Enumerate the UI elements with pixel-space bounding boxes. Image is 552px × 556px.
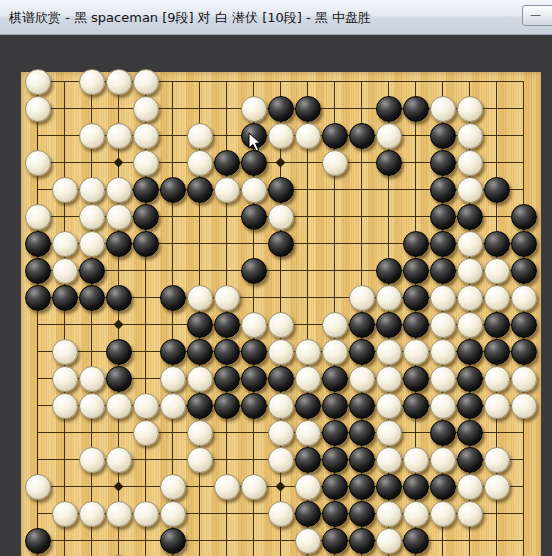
empty-intersection <box>240 68 267 95</box>
empty-intersection <box>186 68 213 95</box>
white-stone <box>25 69 51 95</box>
white-stone <box>52 501 78 527</box>
white-stone <box>268 123 294 149</box>
black-stone <box>430 258 456 284</box>
occupied-intersection <box>51 230 78 257</box>
empty-intersection <box>159 311 186 338</box>
occupied-intersection <box>51 176 78 203</box>
black-stone <box>25 231 51 257</box>
white-stone <box>160 501 186 527</box>
black-stone <box>322 420 348 446</box>
empty-intersection <box>510 473 537 500</box>
occupied-intersection <box>105 68 132 95</box>
occupied-intersection <box>429 311 456 338</box>
black-stone <box>322 447 348 473</box>
empty-intersection <box>267 149 294 176</box>
white-stone <box>187 123 213 149</box>
empty-intersection <box>51 122 78 149</box>
empty-intersection <box>483 68 510 95</box>
empty-intersection <box>24 122 51 149</box>
window-frame <box>0 35 552 556</box>
empty-intersection <box>105 95 132 122</box>
occupied-intersection <box>375 95 402 122</box>
occupied-intersection <box>510 338 537 365</box>
board-stones-layer <box>24 68 537 556</box>
white-stone <box>79 366 105 392</box>
occupied-intersection <box>132 230 159 257</box>
empty-intersection <box>105 311 132 338</box>
empty-intersection <box>105 149 132 176</box>
occupied-intersection <box>132 176 159 203</box>
occupied-intersection <box>429 95 456 122</box>
empty-intersection <box>456 527 483 554</box>
black-stone <box>241 339 267 365</box>
occupied-intersection <box>267 419 294 446</box>
empty-intersection <box>483 419 510 446</box>
black-stone <box>511 231 537 257</box>
empty-intersection <box>213 122 240 149</box>
occupied-intersection <box>348 500 375 527</box>
occupied-intersection <box>186 149 213 176</box>
empty-intersection <box>240 419 267 446</box>
occupied-intersection <box>348 311 375 338</box>
black-stone <box>295 96 321 122</box>
empty-intersection <box>213 500 240 527</box>
white-stone <box>133 501 159 527</box>
occupied-intersection <box>456 446 483 473</box>
occupied-intersection <box>186 392 213 419</box>
occupied-intersection <box>105 176 132 203</box>
white-stone <box>187 366 213 392</box>
black-stone <box>268 231 294 257</box>
white-stone <box>349 285 375 311</box>
empty-intersection <box>321 176 348 203</box>
black-stone <box>322 501 348 527</box>
white-stone <box>106 123 132 149</box>
occupied-intersection <box>78 230 105 257</box>
black-stone <box>25 258 51 284</box>
black-stone <box>511 258 537 284</box>
white-stone <box>79 231 105 257</box>
black-stone <box>133 231 159 257</box>
black-stone <box>376 312 402 338</box>
empty-intersection <box>78 419 105 446</box>
occupied-intersection <box>132 500 159 527</box>
empty-intersection <box>510 95 537 122</box>
empty-intersection <box>321 68 348 95</box>
white-stone <box>52 393 78 419</box>
black-stone <box>214 150 240 176</box>
occupied-intersection <box>240 95 267 122</box>
empty-intersection <box>267 257 294 284</box>
occupied-intersection <box>186 311 213 338</box>
white-stone <box>430 501 456 527</box>
occupied-intersection <box>456 122 483 149</box>
window-titlebar: 棋谱欣赏 - 黑 spaceman [9段] 对 白 潜伏 [10段] - 黑 … <box>0 0 552 35</box>
white-stone <box>457 177 483 203</box>
window-title: 棋谱欣赏 - 黑 spaceman [9段] 对 白 潜伏 [10段] - 黑 … <box>9 0 371 35</box>
occupied-intersection <box>24 149 51 176</box>
occupied-intersection <box>267 392 294 419</box>
empty-intersection <box>321 203 348 230</box>
black-stone <box>430 177 456 203</box>
go-board[interactable] <box>21 72 541 556</box>
white-stone <box>133 96 159 122</box>
black-stone <box>241 204 267 230</box>
empty-intersection <box>186 527 213 554</box>
empty-intersection <box>213 95 240 122</box>
occupied-intersection <box>402 500 429 527</box>
occupied-intersection <box>348 527 375 554</box>
black-stone <box>268 366 294 392</box>
occupied-intersection <box>375 392 402 419</box>
occupied-intersection <box>267 203 294 230</box>
empty-intersection <box>429 527 456 554</box>
black-stone <box>160 339 186 365</box>
white-stone <box>25 96 51 122</box>
black-stone <box>241 393 267 419</box>
occupied-intersection <box>186 446 213 473</box>
black-stone <box>457 420 483 446</box>
white-stone <box>160 393 186 419</box>
empty-intersection <box>483 149 510 176</box>
occupied-intersection <box>456 338 483 365</box>
occupied-intersection <box>132 392 159 419</box>
empty-intersection <box>402 419 429 446</box>
occupied-intersection <box>375 338 402 365</box>
occupied-intersection <box>78 365 105 392</box>
white-stone <box>268 447 294 473</box>
empty-intersection <box>24 311 51 338</box>
black-stone <box>25 528 51 554</box>
occupied-intersection <box>78 446 105 473</box>
occupied-intersection <box>213 473 240 500</box>
empty-intersection <box>321 230 348 257</box>
empty-intersection <box>483 500 510 527</box>
black-stone <box>349 474 375 500</box>
occupied-intersection <box>294 500 321 527</box>
empty-intersection <box>51 527 78 554</box>
occupied-intersection <box>24 473 51 500</box>
empty-intersection <box>321 95 348 122</box>
occupied-intersection <box>510 365 537 392</box>
occupied-intersection <box>240 122 267 149</box>
black-stone <box>376 258 402 284</box>
occupied-intersection <box>456 284 483 311</box>
occupied-intersection <box>213 311 240 338</box>
white-stone <box>457 231 483 257</box>
white-stone <box>214 285 240 311</box>
white-stone <box>241 474 267 500</box>
black-stone <box>322 123 348 149</box>
empty-intersection <box>186 230 213 257</box>
black-stone <box>214 393 240 419</box>
black-stone <box>349 339 375 365</box>
empty-intersection <box>294 68 321 95</box>
black-stone <box>106 231 132 257</box>
black-stone <box>484 231 510 257</box>
white-stone <box>241 96 267 122</box>
empty-intersection <box>24 446 51 473</box>
occupied-intersection <box>186 176 213 203</box>
occupied-intersection <box>321 392 348 419</box>
empty-intersection <box>375 230 402 257</box>
minimize-icon: — <box>530 8 541 21</box>
empty-intersection <box>294 203 321 230</box>
occupied-intersection <box>78 203 105 230</box>
occupied-intersection <box>375 149 402 176</box>
occupied-intersection <box>240 473 267 500</box>
occupied-intersection <box>375 311 402 338</box>
white-stone <box>457 312 483 338</box>
white-stone <box>79 393 105 419</box>
occupied-intersection <box>456 500 483 527</box>
black-stone <box>349 501 375 527</box>
white-stone <box>484 366 510 392</box>
empty-intersection <box>348 95 375 122</box>
black-stone <box>403 474 429 500</box>
white-stone <box>403 339 429 365</box>
occupied-intersection <box>159 338 186 365</box>
empty-intersection <box>51 419 78 446</box>
empty-intersection <box>375 176 402 203</box>
empty-intersection <box>348 257 375 284</box>
occupied-intersection <box>402 446 429 473</box>
white-stone <box>376 528 402 554</box>
occupied-intersection <box>78 500 105 527</box>
white-stone <box>430 366 456 392</box>
white-stone <box>484 285 510 311</box>
black-stone <box>187 177 213 203</box>
empty-intersection <box>213 230 240 257</box>
empty-intersection <box>483 122 510 149</box>
empty-intersection <box>375 203 402 230</box>
occupied-intersection <box>402 473 429 500</box>
occupied-intersection <box>105 122 132 149</box>
empty-intersection <box>132 365 159 392</box>
black-stone <box>268 177 294 203</box>
occupied-intersection <box>51 500 78 527</box>
white-stone <box>25 150 51 176</box>
white-stone <box>133 150 159 176</box>
empty-intersection <box>159 95 186 122</box>
black-stone <box>403 258 429 284</box>
empty-intersection <box>510 176 537 203</box>
empty-intersection <box>375 68 402 95</box>
white-stone <box>376 447 402 473</box>
occupied-intersection <box>51 338 78 365</box>
occupied-intersection <box>24 230 51 257</box>
black-stone <box>430 204 456 230</box>
empty-intersection <box>348 230 375 257</box>
occupied-intersection <box>429 176 456 203</box>
white-stone <box>268 393 294 419</box>
black-stone <box>133 177 159 203</box>
empty-intersection <box>483 527 510 554</box>
white-stone <box>457 474 483 500</box>
occupied-intersection <box>267 500 294 527</box>
occupied-intersection <box>105 392 132 419</box>
white-stone <box>322 339 348 365</box>
empty-intersection <box>186 473 213 500</box>
occupied-intersection <box>78 122 105 149</box>
occupied-intersection <box>213 149 240 176</box>
empty-intersection <box>186 203 213 230</box>
occupied-intersection <box>348 284 375 311</box>
occupied-intersection <box>105 365 132 392</box>
empty-intersection <box>186 257 213 284</box>
empty-intersection <box>213 527 240 554</box>
white-stone <box>25 204 51 230</box>
occupied-intersection <box>510 392 537 419</box>
white-stone <box>241 312 267 338</box>
occupied-intersection <box>321 500 348 527</box>
white-stone <box>268 339 294 365</box>
occupied-intersection <box>240 203 267 230</box>
occupied-intersection <box>456 365 483 392</box>
empty-intersection <box>402 176 429 203</box>
black-stone <box>106 285 132 311</box>
white-stone <box>52 366 78 392</box>
occupied-intersection <box>321 419 348 446</box>
empty-intersection <box>510 122 537 149</box>
empty-intersection <box>429 68 456 95</box>
occupied-intersection <box>78 392 105 419</box>
occupied-intersection <box>375 473 402 500</box>
white-stone <box>430 285 456 311</box>
black-stone <box>403 393 429 419</box>
empty-intersection <box>24 500 51 527</box>
black-stone <box>457 339 483 365</box>
white-stone <box>403 447 429 473</box>
occupied-intersection <box>24 527 51 554</box>
empty-intersection <box>267 284 294 311</box>
empty-intersection <box>510 446 537 473</box>
occupied-intersection <box>375 446 402 473</box>
white-stone <box>187 285 213 311</box>
white-stone <box>106 204 132 230</box>
occupied-intersection <box>159 284 186 311</box>
occupied-intersection <box>267 338 294 365</box>
white-stone <box>322 312 348 338</box>
occupied-intersection <box>186 365 213 392</box>
empty-intersection <box>213 257 240 284</box>
occupied-intersection <box>429 284 456 311</box>
occupied-intersection <box>240 257 267 284</box>
black-stone <box>457 393 483 419</box>
black-stone <box>322 528 348 554</box>
white-stone <box>79 123 105 149</box>
occupied-intersection <box>294 527 321 554</box>
white-stone <box>133 69 159 95</box>
empty-intersection <box>24 365 51 392</box>
occupied-intersection <box>429 122 456 149</box>
occupied-intersection <box>483 338 510 365</box>
empty-intersection <box>132 338 159 365</box>
white-stone <box>268 204 294 230</box>
black-stone <box>160 285 186 311</box>
occupied-intersection <box>51 392 78 419</box>
white-stone <box>457 258 483 284</box>
empty-intersection <box>78 338 105 365</box>
white-stone <box>484 474 510 500</box>
empty-intersection <box>159 149 186 176</box>
occupied-intersection <box>186 338 213 365</box>
occupied-intersection <box>132 203 159 230</box>
empty-intersection <box>321 257 348 284</box>
black-stone <box>160 177 186 203</box>
empty-intersection <box>105 257 132 284</box>
occupied-intersection <box>267 122 294 149</box>
white-stone <box>52 177 78 203</box>
occupied-intersection <box>294 338 321 365</box>
white-stone <box>295 123 321 149</box>
occupied-intersection <box>294 446 321 473</box>
empty-intersection <box>294 176 321 203</box>
occupied-intersection <box>159 527 186 554</box>
empty-intersection <box>213 203 240 230</box>
white-stone <box>187 447 213 473</box>
occupied-intersection <box>375 365 402 392</box>
white-stone <box>295 528 321 554</box>
empty-intersection <box>159 419 186 446</box>
empty-intersection <box>348 149 375 176</box>
black-stone <box>241 366 267 392</box>
white-stone <box>376 123 402 149</box>
empty-intersection <box>510 500 537 527</box>
empty-intersection <box>510 149 537 176</box>
black-stone <box>430 231 456 257</box>
occupied-intersection <box>186 284 213 311</box>
empty-intersection <box>51 203 78 230</box>
occupied-intersection <box>402 95 429 122</box>
black-stone <box>403 366 429 392</box>
black-stone <box>187 312 213 338</box>
occupied-intersection <box>348 446 375 473</box>
occupied-intersection <box>159 473 186 500</box>
occupied-intersection <box>402 365 429 392</box>
black-stone <box>511 312 537 338</box>
occupied-intersection <box>402 311 429 338</box>
black-stone <box>349 123 375 149</box>
white-stone <box>511 285 537 311</box>
occupied-intersection <box>321 311 348 338</box>
black-stone <box>403 285 429 311</box>
white-stone <box>79 177 105 203</box>
black-stone <box>79 285 105 311</box>
occupied-intersection <box>240 338 267 365</box>
occupied-intersection <box>510 311 537 338</box>
empty-intersection <box>510 419 537 446</box>
empty-intersection <box>213 68 240 95</box>
minimize-button[interactable]: — <box>522 5 552 26</box>
black-stone <box>52 285 78 311</box>
occupied-intersection <box>294 95 321 122</box>
white-stone <box>484 447 510 473</box>
occupied-intersection <box>402 230 429 257</box>
empty-intersection <box>267 68 294 95</box>
occupied-intersection <box>510 257 537 284</box>
occupied-intersection <box>294 419 321 446</box>
empty-intersection <box>159 446 186 473</box>
black-stone <box>133 204 159 230</box>
occupied-intersection <box>267 311 294 338</box>
occupied-intersection <box>24 68 51 95</box>
occupied-intersection <box>375 419 402 446</box>
empty-intersection <box>132 284 159 311</box>
white-stone <box>187 150 213 176</box>
black-stone <box>79 258 105 284</box>
